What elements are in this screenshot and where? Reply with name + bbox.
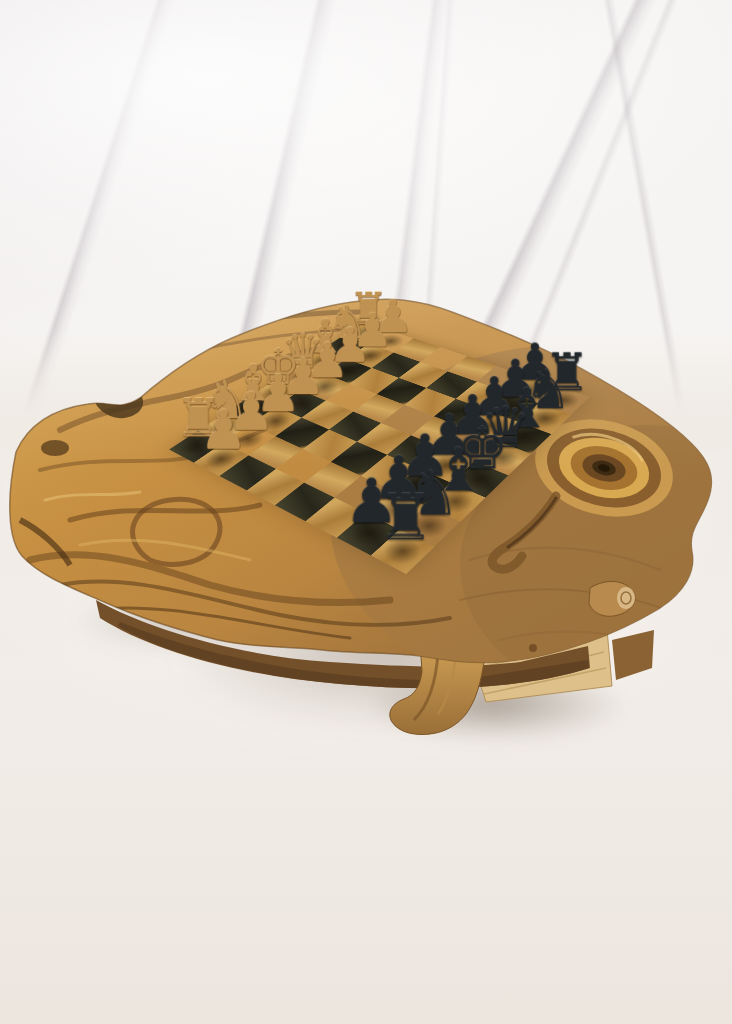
board-perspective: ♜♞♝♚♛♝♞♜♟♟♟♟♟♟♟♟♟♟♟♟♟♟♟♟♜♞♝♚♛♝♞♜	[216, 258, 546, 588]
right-foot	[612, 630, 654, 680]
black-rook[interactable]: ♜	[372, 480, 440, 553]
white-pawn[interactable]: ♟	[194, 398, 252, 460]
square[interactable]: ♜	[371, 530, 435, 574]
small-knot	[529, 644, 537, 652]
